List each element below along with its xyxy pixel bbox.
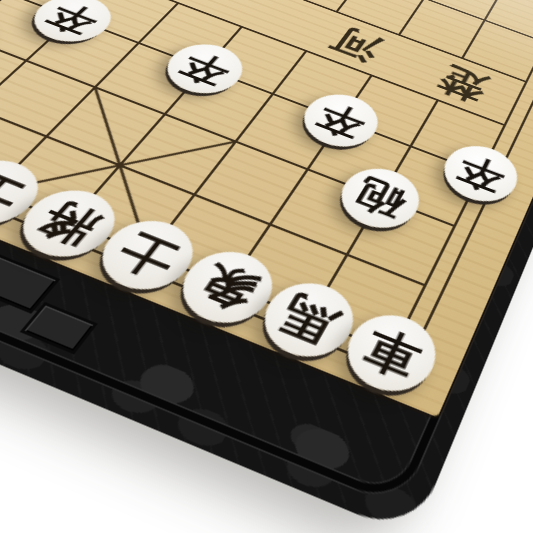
photo-stage: 楚河漢界 卒卒卒卒卒砲砲車馬象士將士象馬車: [0, 0, 533, 533]
piece-glyph: 卒: [40, 0, 106, 38]
piece-glyph: 卒: [311, 98, 371, 142]
piece-glyph: 馬: [272, 289, 345, 350]
piece-glyph: 卒: [452, 150, 510, 196]
piece-glyph: 車: [356, 321, 427, 384]
piece-glyph: 象: [190, 257, 265, 316]
piece-glyph: 砲: [349, 173, 412, 222]
piece-glyph: 卒: [173, 48, 236, 89]
piece-glyph: 士: [109, 226, 186, 283]
piece-glyph: 將: [29, 196, 108, 251]
